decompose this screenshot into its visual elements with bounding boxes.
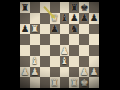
square-g6[interactable] (79, 24, 89, 35)
piece-black-pawn-h7[interactable]: ♟ (90, 13, 99, 23)
square-c2[interactable] (40, 67, 50, 78)
square-c8[interactable] (40, 2, 50, 13)
piece-white-bishop-b3[interactable]: ♝ (31, 56, 40, 66)
square-c5[interactable] (40, 34, 50, 45)
square-b1[interactable] (30, 77, 40, 88)
piece-white-queen-d7[interactable]: ♛ (50, 13, 59, 23)
square-f4[interactable] (69, 45, 79, 56)
square-d3[interactable] (50, 56, 60, 67)
piece-black-rook-a8[interactable]: ♜ (21, 2, 30, 12)
chess-board[interactable]: ♜♜♚♛♝♟♟♟♟♜♟♞♟♝♝♟♟♟♟♜♜♚ (20, 2, 99, 88)
square-b6[interactable]: ♜ (30, 24, 40, 35)
piece-white-pawn-a2[interactable]: ♟ (21, 67, 30, 77)
square-h7[interactable]: ♟ (89, 13, 99, 24)
piece-white-king-g1[interactable]: ♚ (80, 77, 89, 87)
square-e6[interactable] (60, 24, 70, 35)
square-g1[interactable]: ♚ (79, 77, 89, 88)
square-a1[interactable] (20, 77, 30, 88)
square-e2[interactable] (60, 67, 70, 78)
square-g4[interactable] (79, 45, 89, 56)
square-f1[interactable]: ♜ (69, 77, 79, 88)
piece-white-pawn-h2[interactable]: ♟ (90, 67, 99, 77)
piece-black-pawn-a6[interactable]: ♟ (21, 24, 30, 34)
square-e1[interactable] (60, 77, 70, 88)
square-e3[interactable]: ♝ (60, 56, 70, 67)
piece-black-pawn-g7[interactable]: ♟ (80, 13, 89, 23)
square-f6[interactable]: ♞ (69, 24, 79, 35)
square-e7[interactable]: ♝ (60, 13, 70, 24)
square-c7[interactable] (40, 13, 50, 24)
square-a8[interactable]: ♜ (20, 2, 30, 13)
square-a6[interactable]: ♟ (20, 24, 30, 35)
square-h2[interactable]: ♟ (89, 67, 99, 78)
square-c4[interactable] (40, 45, 50, 56)
piece-black-pawn-f7[interactable]: ♟ (70, 13, 79, 23)
square-d4[interactable] (50, 45, 60, 56)
square-a4[interactable] (20, 45, 30, 56)
square-f3[interactable] (69, 56, 79, 67)
square-h5[interactable] (89, 34, 99, 45)
square-a2[interactable]: ♟ (20, 67, 30, 78)
piece-white-rook-d1[interactable]: ♜ (50, 77, 59, 87)
square-h1[interactable] (89, 77, 99, 88)
piece-white-pawn-b2[interactable]: ♟ (31, 67, 40, 77)
square-c6[interactable] (40, 24, 50, 35)
piece-black-king-g8[interactable]: ♚ (80, 2, 89, 12)
square-b2[interactable]: ♟ (30, 67, 40, 78)
square-d5[interactable] (50, 34, 60, 45)
square-b5[interactable] (30, 34, 40, 45)
piece-black-rook-f8[interactable]: ♜ (70, 2, 79, 12)
square-f5[interactable] (69, 34, 79, 45)
piece-black-bishop-e7[interactable]: ♝ (60, 13, 69, 23)
chess-thumbnail: ♜♜♚♛♝♟♟♟♟♜♟♞♟♝♝♟♟♟♟♜♜♚ (0, 0, 120, 90)
piece-white-rook-f1[interactable]: ♜ (70, 77, 79, 87)
square-d6[interactable]: ♟ (50, 24, 60, 35)
square-h6[interactable] (89, 24, 99, 35)
square-c3[interactable] (40, 56, 50, 67)
square-c1[interactable] (40, 77, 50, 88)
square-g5[interactable] (79, 34, 89, 45)
square-h4[interactable] (89, 45, 99, 56)
square-b8[interactable] (30, 2, 40, 13)
square-a5[interactable] (20, 34, 30, 45)
piece-black-knight-f6[interactable]: ♞ (70, 24, 79, 34)
piece-white-pawn-e4[interactable]: ♟ (60, 45, 69, 55)
piece-white-rook-b6[interactable]: ♜ (31, 24, 40, 34)
square-d1[interactable]: ♜ (50, 77, 60, 88)
piece-white-bishop-e3[interactable]: ♝ (60, 56, 69, 66)
piece-white-pawn-g2[interactable]: ♟ (80, 67, 89, 77)
square-g7[interactable]: ♟ (79, 13, 89, 24)
piece-black-pawn-d6[interactable]: ♟ (50, 24, 59, 34)
